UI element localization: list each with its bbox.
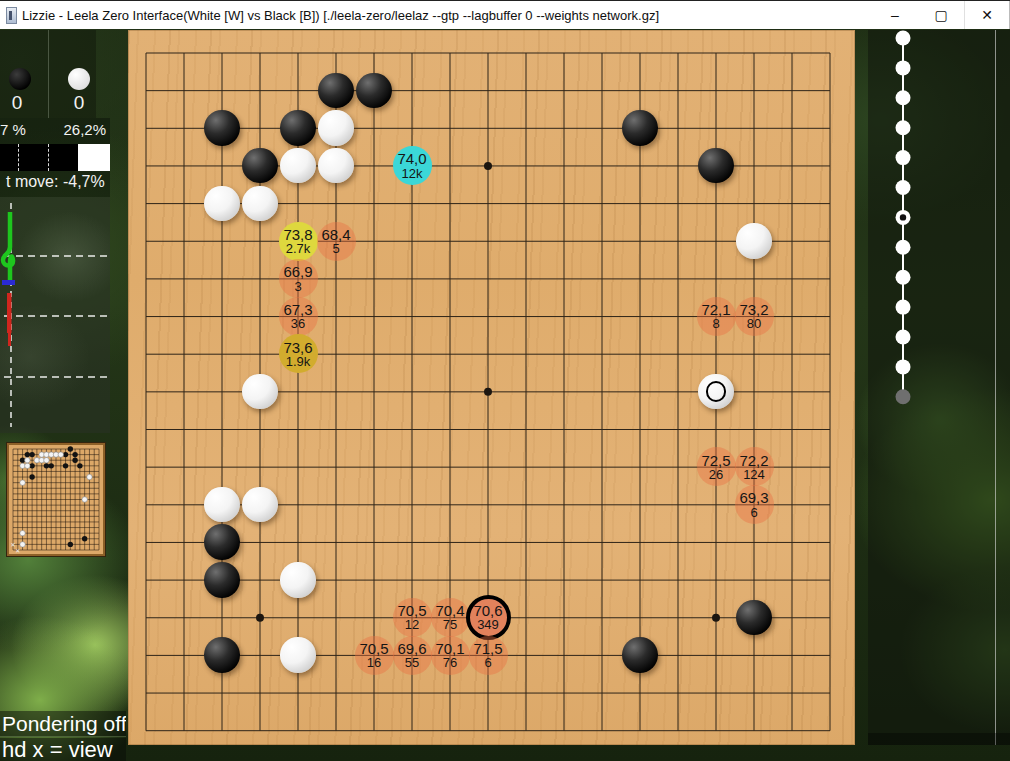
suggestion-E11[interactable]: 73,61.9k: [279, 334, 318, 373]
preview-stone: [20, 480, 25, 485]
stone-black-G18: [356, 73, 392, 109]
winrate-bar: [0, 144, 110, 171]
stone-white-R14: [736, 223, 772, 259]
suggestion-J3[interactable]: 70,176: [431, 636, 470, 675]
preview-stone: [58, 452, 63, 457]
suggestion-H4[interactable]: 70,512: [393, 598, 432, 637]
variation-tree-panel[interactable]: [868, 30, 1010, 745]
preview-stone: [25, 463, 30, 468]
preview-stone: [82, 536, 87, 541]
stone-black-O17: [622, 110, 658, 146]
stone-white-Q10: [698, 374, 734, 410]
lizzie-window: { "window": { "title": "Lizzie - Leela Z…: [0, 0, 1010, 761]
variation-preview-board: ✕✕: [7, 443, 105, 556]
winrate-bar-tick: [18, 144, 19, 171]
preview-stone: [82, 497, 87, 502]
winrate-curve-red-segment: [7, 293, 12, 333]
suggestion-J4[interactable]: 70,475: [431, 598, 470, 637]
last-move-delta: t move: -4,7%: [6, 173, 105, 191]
minimize-button[interactable]: –: [872, 1, 918, 29]
suggestion-E13[interactable]: 66,93: [279, 259, 318, 298]
preview-stone: [44, 463, 49, 468]
stone-black-D16: [242, 148, 278, 184]
tree-node[interactable]: [896, 300, 911, 315]
stone-white-D7: [242, 487, 278, 523]
preview-stone: [29, 452, 34, 457]
status-line-1-text: Pondering off n: [2, 712, 126, 736]
tree-node-faded[interactable]: [896, 389, 911, 404]
stone-white-D10: [242, 374, 278, 410]
stone-white-E5: [280, 562, 316, 598]
tree-node[interactable]: [896, 359, 911, 374]
preview-stone: [72, 452, 77, 457]
close-button[interactable]: ✕: [964, 1, 1010, 29]
stone-black-E17: [280, 110, 316, 146]
tree-node[interactable]: [896, 180, 911, 195]
tree-node[interactable]: [896, 60, 911, 75]
title-bar: Lizzie - Leela Zero Interface(White [W] …: [0, 0, 1010, 29]
stone-white-E16: [280, 148, 316, 184]
suggestion-E14[interactable]: 73,82.7k: [279, 222, 318, 261]
maximize-button[interactable]: ▢: [918, 1, 964, 29]
preview-stone: [29, 474, 34, 479]
variation-preview-grid: ✕✕: [9, 445, 103, 554]
tree-node[interactable]: [896, 150, 911, 165]
stone-white-C7: [204, 487, 240, 523]
status-line-1: Pondering off n: [0, 711, 126, 737]
window-title: Lizzie - Leela Zero Interface(White [W] …: [22, 8, 659, 23]
winrate-bar-tick: [48, 144, 49, 171]
stone-white-D15: [242, 186, 278, 222]
score-mark: [2, 280, 15, 285]
preview-stone: [25, 458, 30, 463]
app-icon: [6, 7, 17, 24]
suggestion-F14[interactable]: 68,45: [317, 222, 356, 261]
preview-stone: [72, 458, 77, 463]
status-line-2-text: hd x = view: [2, 738, 113, 761]
board-stone-grid: 74,012k73,82.7k68,4566,9367,33673,61.9k7…: [128, 34, 849, 745]
status-line-2: hd x = view: [0, 738, 126, 761]
stone-white-F16: [318, 148, 354, 184]
tree-node[interactable]: [896, 330, 911, 345]
suggestion-R12[interactable]: 73,280: [735, 297, 774, 336]
capture-panel-divider: [48, 30, 49, 118]
white-winrate-label: 26,2%: [63, 121, 106, 138]
preview-stone: [44, 458, 49, 463]
stone-black-O3: [622, 637, 658, 673]
stone-black-C3: [204, 637, 240, 673]
winrate-graph-panel[interactable]: [0, 197, 110, 433]
white-capture-count: 0: [68, 92, 90, 114]
stone-white-C15: [204, 186, 240, 222]
winrate-bar-white-segment: [78, 144, 110, 171]
preview-stone: [25, 452, 30, 457]
capture-count-panel: 0 0: [0, 30, 96, 118]
winrate-curve-red-segment: [8, 333, 11, 346]
suggestion-R8[interactable]: 72,2124: [735, 447, 774, 486]
stone-white-F17: [318, 110, 354, 146]
suggestion-G3[interactable]: 70,516: [355, 636, 394, 675]
stone-black-C17: [204, 110, 240, 146]
tree-node[interactable]: [896, 270, 911, 285]
stone-black-C6: [204, 524, 240, 560]
black-capture-count: 0: [6, 92, 28, 114]
preview-stone: [20, 542, 25, 547]
tree-panel-border-line: [995, 30, 996, 745]
preview-stone: [63, 463, 68, 468]
tree-panel-bottom-band: [868, 733, 1010, 745]
suggestion-H16[interactable]: 74,012k: [393, 146, 432, 185]
preview-stone: [68, 446, 73, 451]
go-board[interactable]: 74,012k73,82.7k68,4566,9367,33673,61.9k7…: [128, 30, 855, 745]
white-stone-icon: [68, 68, 90, 90]
black-stone-icon: [9, 68, 31, 90]
winrate-graph: [0, 197, 110, 433]
suggestion-Q8[interactable]: 72,526: [697, 447, 736, 486]
stone-black-C5: [204, 562, 240, 598]
preview-stone: [87, 474, 92, 479]
stone-black-R4: [736, 600, 772, 636]
winrate-panel: 7 % 26,2% t move: -4,7%: [0, 118, 110, 197]
winrate-bar-tick: [78, 144, 79, 171]
suggestion-E12[interactable]: 67,336: [279, 297, 318, 336]
tree-node[interactable]: [896, 90, 911, 105]
variation-tree: [868, 30, 1010, 745]
black-winrate-label: 7 %: [0, 121, 26, 138]
suggestion-K3[interactable]: 71,56: [469, 636, 508, 675]
tree-node[interactable]: [896, 240, 911, 255]
suggestion-H3[interactable]: 69,655: [393, 636, 432, 675]
tree-node[interactable]: [896, 31, 911, 46]
suggestion-K4[interactable]: 70,6349: [466, 595, 511, 640]
stone-black-Q16: [698, 148, 734, 184]
preview-stone: [20, 530, 25, 535]
winrate-curve: [3, 212, 13, 284]
tree-node[interactable]: [896, 120, 911, 135]
suggestion-Q12[interactable]: 72,18: [697, 297, 736, 336]
preview-stone: [77, 463, 82, 468]
tree-current-dot: [900, 214, 906, 220]
preview-mark: ✕: [15, 548, 20, 554]
suggestion-R7[interactable]: 69,36: [735, 485, 774, 524]
preview-stone: [68, 542, 73, 547]
preview-stone: [49, 463, 54, 468]
stone-black-F18: [318, 73, 354, 109]
stone-white-E3: [280, 637, 316, 673]
